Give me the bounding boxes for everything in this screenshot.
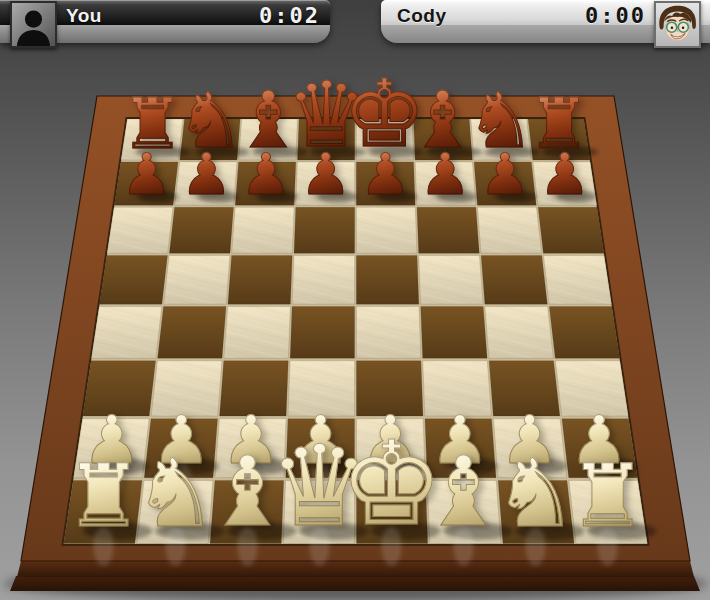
square-a4[interactable] xyxy=(91,307,161,359)
square-c6[interactable] xyxy=(232,207,294,253)
piece-black-pawn-b7[interactable]: ♟ xyxy=(181,146,232,203)
player-clock-you: 0:02 xyxy=(259,3,320,28)
board-front-face xyxy=(17,561,694,577)
piece-black-pawn-h7[interactable]: ♟ xyxy=(539,146,590,203)
player-name-you: You xyxy=(66,5,259,27)
square-e6[interactable] xyxy=(356,207,417,253)
square-h5[interactable] xyxy=(544,255,612,304)
square-h4[interactable] xyxy=(549,307,619,359)
piece-black-pawn-d7[interactable]: ♟ xyxy=(300,146,351,203)
piece-white-rook-a1[interactable]: ♜ xyxy=(65,454,143,541)
piece-white-rook-h1[interactable]: ♜ xyxy=(569,454,647,541)
square-e5[interactable] xyxy=(356,255,418,304)
piece-black-pawn-c7[interactable]: ♟ xyxy=(240,146,291,203)
square-d6[interactable] xyxy=(294,207,355,253)
square-h6[interactable] xyxy=(538,207,604,253)
piece-black-pawn-g7[interactable]: ♟ xyxy=(479,146,530,203)
square-c5[interactable] xyxy=(228,255,292,304)
square-d5[interactable] xyxy=(292,255,354,304)
person-silhouette-icon xyxy=(10,1,57,48)
square-c4[interactable] xyxy=(224,307,290,359)
square-a6[interactable] xyxy=(107,207,173,253)
player-clock-opponent: 0:00 xyxy=(585,3,646,28)
square-f5[interactable] xyxy=(419,255,483,304)
square-b5[interactable] xyxy=(164,255,230,304)
square-f6[interactable] xyxy=(417,207,479,253)
cody-cartoon-icon xyxy=(654,1,701,48)
player-name-opponent: Cody xyxy=(397,5,585,27)
square-f4[interactable] xyxy=(421,307,487,359)
square-e4[interactable] xyxy=(356,307,420,359)
piece-black-pawn-a7[interactable]: ♟ xyxy=(121,146,172,203)
board-base-layer xyxy=(10,576,700,591)
square-g4[interactable] xyxy=(485,307,553,359)
game-stage: ♜♞♝♛♚♝♞♜♟♟♟♟♟♟♟♟♟♟♟♟♟♟♟♟♜♞♝♛♚♝♞♜ You 0:0… xyxy=(0,0,710,600)
square-b4[interactable] xyxy=(158,307,226,359)
square-d4[interactable] xyxy=(290,307,354,359)
square-b6[interactable] xyxy=(169,207,233,253)
square-g5[interactable] xyxy=(481,255,547,304)
square-g6[interactable] xyxy=(478,207,542,253)
piece-black-pawn-e7[interactable]: ♟ xyxy=(360,146,411,203)
piece-white-knight-g1[interactable]: ♞ xyxy=(493,446,578,540)
square-a5[interactable] xyxy=(99,255,167,304)
piece-black-pawn-f7[interactable]: ♟ xyxy=(419,146,470,203)
